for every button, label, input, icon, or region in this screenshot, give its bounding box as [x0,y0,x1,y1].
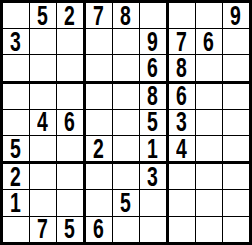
given-digit: 5 [148,110,159,136]
cell-r6c8[interactable] [196,136,223,164]
cell-r6c4: 2 [86,136,113,164]
cell-r5c9[interactable] [223,110,249,136]
cell-r9c9[interactable] [223,217,249,242]
cell-r8c1: 1 [3,190,30,216]
given-digit: 7 [38,217,49,242]
cell-r8c5: 5 [113,190,140,216]
given-digit: 4 [38,110,49,136]
cell-r4c5[interactable] [113,84,140,110]
cell-r1c4: 7 [86,3,113,29]
cell-r5c8[interactable] [196,110,223,136]
cell-r5c7: 3 [169,110,196,136]
given-digit: 9 [148,29,159,55]
given-digit: 6 [65,110,76,136]
given-digit: 7 [177,29,188,55]
board-row-8: 15 [3,190,249,216]
cell-r4c6: 8 [140,84,169,110]
cell-r7c6: 3 [140,164,169,190]
cell-r9c2: 7 [30,217,57,242]
cell-r9c4: 6 [86,217,113,242]
given-digit: 5 [11,136,22,163]
given-digit: 1 [148,136,159,163]
cell-r2c2[interactable] [30,29,57,55]
cell-r3c3[interactable] [57,55,86,83]
given-digit: 8 [148,84,159,110]
given-digit: 2 [65,3,76,29]
cell-r6c9[interactable] [223,136,249,164]
cell-r5c5[interactable] [113,110,140,136]
cell-r8c2[interactable] [30,190,57,216]
cell-r8c3[interactable] [57,190,86,216]
cell-r2c7: 7 [169,29,196,55]
given-digit: 5 [121,190,132,216]
given-digit: 8 [121,3,132,29]
given-digit: 6 [148,55,159,82]
cell-r1c8[interactable] [196,3,223,29]
board-row-5: 4653 [3,110,249,136]
cell-r5c4[interactable] [86,110,113,136]
cell-r7c4[interactable] [86,164,113,190]
cell-r8c8[interactable] [196,190,223,216]
board-row-3: 68 [3,55,249,83]
cell-r4c9[interactable] [223,84,249,110]
given-digit: 2 [94,136,105,163]
cell-r4c8[interactable] [196,84,223,110]
board-row-6: 5214 [3,136,249,164]
board-row-2: 3976 [3,29,249,55]
cell-r9c7[interactable] [169,217,196,242]
cell-r4c4[interactable] [86,84,113,110]
cell-r2c4[interactable] [86,29,113,55]
cell-r8c7[interactable] [169,190,196,216]
cell-r4c3[interactable] [57,84,86,110]
board-row-7: 23 [3,164,249,190]
cell-r4c2[interactable] [30,84,57,110]
cell-r1c9: 9 [223,3,249,29]
cell-r3c9[interactable] [223,55,249,83]
given-digit: 3 [148,164,159,190]
cell-r3c8[interactable] [196,55,223,83]
cell-r3c5[interactable] [113,55,140,83]
given-digit: 9 [231,3,242,29]
cell-r2c5[interactable] [113,29,140,55]
cell-r2c3[interactable] [57,29,86,55]
cell-r3c1[interactable] [3,55,30,83]
cell-r9c6[interactable] [140,217,169,242]
cell-r9c3: 5 [57,217,86,242]
cell-r7c2[interactable] [30,164,57,190]
cell-r5c6: 5 [140,110,169,136]
cell-r2c9[interactable] [223,29,249,55]
cell-r6c3[interactable] [57,136,86,164]
cell-r4c7: 6 [169,84,196,110]
cell-r1c5: 8 [113,3,140,29]
given-digit: 8 [177,55,188,82]
cell-r3c2[interactable] [30,55,57,83]
cell-r6c5[interactable] [113,136,140,164]
given-digit: 5 [38,3,49,29]
cell-r9c1[interactable] [3,217,30,242]
cell-r6c1: 5 [3,136,30,164]
given-digit: 3 [11,29,22,55]
cell-r2c1: 3 [3,29,30,55]
cell-r3c4[interactable] [86,55,113,83]
cell-r3c7: 8 [169,55,196,83]
cell-r5c1[interactable] [3,110,30,136]
cell-r7c8[interactable] [196,164,223,190]
given-digit: 3 [177,110,188,136]
cell-r8c6[interactable] [140,190,169,216]
cell-r5c2: 4 [30,110,57,136]
cell-r6c2[interactable] [30,136,57,164]
cell-r9c8[interactable] [196,217,223,242]
cell-r6c6: 1 [140,136,169,164]
cell-r7c9[interactable] [223,164,249,190]
board-row-4: 86 [3,84,249,110]
cell-r7c1: 2 [3,164,30,190]
given-digit: 6 [177,84,188,110]
cell-r1c1[interactable] [3,3,30,29]
given-digit: 1 [11,190,22,216]
cell-r9c5[interactable] [113,217,140,242]
cell-r1c7[interactable] [169,3,196,29]
cell-r8c4[interactable] [86,190,113,216]
cell-r2c8: 6 [196,29,223,55]
cell-r6c7: 4 [169,136,196,164]
given-digit: 6 [94,217,105,242]
cell-r7c5[interactable] [113,164,140,190]
board-row-9: 756 [3,217,249,242]
cell-r7c7[interactable] [169,164,196,190]
cell-r2c6: 9 [140,29,169,55]
cell-r1c3: 2 [57,3,86,29]
cell-r7c3[interactable] [57,164,86,190]
cell-r5c3: 6 [57,110,86,136]
cell-r1c6[interactable] [140,3,169,29]
given-digit: 2 [11,164,22,190]
cell-r3c6: 6 [140,55,169,83]
given-digit: 4 [177,136,188,163]
cell-r1c2: 5 [30,3,57,29]
sudoku-board: 5278939766886465352142315756 [0,0,252,245]
given-digit: 5 [65,217,76,242]
board-row-1: 52789 [3,3,249,29]
given-digit: 6 [204,29,215,55]
cell-r8c9[interactable] [223,190,249,216]
cell-r4c1[interactable] [3,84,30,110]
given-digit: 7 [94,3,105,29]
